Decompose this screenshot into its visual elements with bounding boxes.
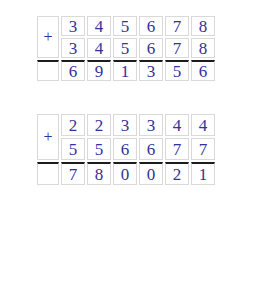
- addend-digit-cell: 3: [139, 114, 163, 136]
- addend-digit-cell: 3: [61, 38, 85, 58]
- addend-digit-cell: 4: [191, 114, 215, 136]
- addend-digit-cell: 4: [87, 16, 111, 36]
- addend-digit-cell: 6: [139, 16, 163, 36]
- sum-digit-cell: 5: [165, 60, 189, 81]
- problem-2-addend-row-2: 5 5 6 6 7 7: [37, 138, 215, 160]
- addend-digit-cell: 7: [165, 138, 189, 160]
- problem-1-plus-operator: +: [37, 16, 59, 58]
- sum-digit-cell: 0: [139, 162, 163, 185]
- empty-cell: [37, 162, 59, 185]
- problem-1-grid: + 3 4 5 6 7 8 3 4 5 6 7 8 6 9 1 3: [35, 14, 217, 83]
- problem-1-addend-row-2: 3 4 5 6 7 8: [37, 38, 215, 58]
- problem-2-grid: + 2 2 3 3 4 4 5 5 6 6 7 7 7 8 0 0: [35, 112, 217, 187]
- addend-digit-cell: 2: [61, 114, 85, 136]
- addend-digit-cell: 7: [165, 38, 189, 58]
- sum-digit-cell: 7: [61, 162, 85, 185]
- addend-digit-cell: 4: [87, 38, 111, 58]
- addend-digit-cell: 7: [165, 16, 189, 36]
- problem-2-plus-operator: +: [37, 114, 59, 160]
- sum-digit-cell: 0: [113, 162, 137, 185]
- problem-1-addend-row-1: + 3 4 5 6 7 8: [37, 16, 215, 36]
- sum-digit-cell: 2: [165, 162, 189, 185]
- addend-digit-cell: 7: [191, 138, 215, 160]
- sum-digit-cell: 8: [87, 162, 111, 185]
- addend-digit-cell: 5: [87, 138, 111, 160]
- addend-digit-cell: 3: [113, 114, 137, 136]
- addend-digit-cell: 5: [113, 16, 137, 36]
- sum-digit-cell: 6: [191, 60, 215, 81]
- addend-digit-cell: 8: [191, 16, 215, 36]
- sum-digit-cell: 9: [87, 60, 111, 81]
- addend-digit-cell: 6: [139, 138, 163, 160]
- addend-digit-cell: 5: [113, 38, 137, 58]
- addend-digit-cell: 8: [191, 38, 215, 58]
- worksheet: + 3 4 5 6 7 8 3 4 5 6 7 8 6 9 1 3: [0, 14, 262, 290]
- addend-digit-cell: 6: [113, 138, 137, 160]
- addend-digit-cell: 5: [61, 138, 85, 160]
- sum-digit-cell: 6: [61, 60, 85, 81]
- empty-cell: [37, 60, 59, 81]
- addend-digit-cell: 4: [165, 114, 189, 136]
- problem-1-sum-row: 6 9 1 3 5 6: [37, 60, 215, 81]
- sum-digit-cell: 1: [191, 162, 215, 185]
- addend-digit-cell: 2: [87, 114, 111, 136]
- problem-2-sum-row: 7 8 0 0 2 1: [37, 162, 215, 185]
- problem-2-addend-row-1: + 2 2 3 3 4 4: [37, 114, 215, 136]
- sum-digit-cell: 1: [113, 60, 137, 81]
- sum-digit-cell: 3: [139, 60, 163, 81]
- addend-digit-cell: 3: [61, 16, 85, 36]
- addend-digit-cell: 6: [139, 38, 163, 58]
